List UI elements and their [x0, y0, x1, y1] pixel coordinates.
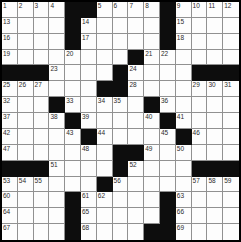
clue-number-15: 15	[177, 18, 184, 26]
clue-number-37: 37	[3, 113, 10, 121]
clue-number-7: 7	[129, 2, 133, 10]
clue-number-43: 43	[66, 129, 73, 137]
black-cell-r13c10	[160, 208, 176, 224]
cell-r3c4[interactable]: 20	[65, 50, 81, 66]
cell-r5c11[interactable]	[176, 81, 192, 97]
cell-r14c13[interactable]	[207, 224, 223, 240]
clue-number-14: 14	[82, 18, 89, 26]
black-cell-r13c4	[65, 208, 81, 224]
clue-number-16: 16	[3, 34, 10, 42]
clue-number-27: 27	[35, 81, 42, 89]
clue-number-13: 13	[3, 18, 10, 26]
cell-r11c1[interactable]: 54	[18, 177, 34, 193]
cell-r5c14[interactable]: 31	[223, 81, 239, 97]
cell-r11c9[interactable]	[144, 177, 160, 193]
cell-r7c12[interactable]	[192, 113, 208, 129]
cell-r2c8[interactable]	[128, 34, 144, 50]
cell-r4c8[interactable]: 24	[128, 65, 144, 81]
cell-r1c3[interactable]	[49, 18, 65, 34]
cell-r11c13[interactable]: 58	[207, 177, 223, 193]
cell-r4c11[interactable]	[176, 65, 192, 81]
clue-number-26: 26	[19, 81, 26, 89]
clue-number-33: 33	[66, 97, 73, 105]
clue-number-21: 21	[145, 50, 152, 58]
cell-r8c8[interactable]	[128, 129, 144, 145]
clue-number-10: 10	[193, 2, 200, 10]
cell-r12c7[interactable]	[113, 192, 129, 208]
black-cell-r2c10	[160, 34, 176, 50]
cell-r3c0[interactable]: 19	[2, 50, 18, 66]
cell-r3c11[interactable]	[176, 50, 192, 66]
cell-r8c0[interactable]: 42	[2, 129, 18, 145]
cell-r12c13[interactable]	[207, 192, 223, 208]
cell-r0c8[interactable]: 7	[128, 2, 144, 18]
clue-number-24: 24	[129, 65, 136, 73]
black-cell-r10c0	[2, 161, 18, 177]
black-cell-r10c13	[207, 161, 223, 177]
cell-r1c5[interactable]: 14	[81, 18, 97, 34]
clue-number-30: 30	[208, 81, 215, 89]
cell-r6c7[interactable]: 35	[113, 97, 129, 113]
cell-r4c10[interactable]	[160, 65, 176, 81]
cell-r0c14[interactable]: 12	[223, 2, 239, 18]
cell-r3c12[interactable]	[192, 50, 208, 66]
cell-r10c4[interactable]	[65, 161, 81, 177]
cell-r9c4[interactable]	[65, 145, 81, 161]
cell-r9c12[interactable]	[192, 145, 208, 161]
cell-r12c11[interactable]: 63	[176, 192, 192, 208]
cell-r2c0[interactable]: 16	[2, 34, 18, 50]
clue-number-29: 29	[193, 81, 200, 89]
clue-number-31: 31	[224, 81, 231, 89]
clue-number-6: 6	[114, 2, 118, 10]
cell-r1c6[interactable]	[97, 18, 113, 34]
cell-r11c5[interactable]	[81, 177, 97, 193]
cell-r1c8[interactable]	[128, 18, 144, 34]
black-cell-r4c1	[18, 65, 34, 81]
clue-number-36: 36	[161, 97, 168, 105]
cell-r13c13[interactable]	[207, 208, 223, 224]
cell-r0c6[interactable]: 5	[97, 2, 113, 18]
cell-r14c2[interactable]	[34, 224, 50, 240]
black-cell-r10c7	[113, 161, 129, 177]
clue-number-59: 59	[224, 177, 231, 185]
cell-r13c2[interactable]	[34, 208, 50, 224]
clue-number-19: 19	[3, 50, 10, 58]
cell-r10c11[interactable]	[176, 161, 192, 177]
cell-r3c7[interactable]	[113, 50, 129, 66]
clue-number-50: 50	[177, 145, 184, 153]
cell-r10c8[interactable]: 52	[128, 161, 144, 177]
black-cell-r6c9	[144, 97, 160, 113]
cell-r2c6[interactable]	[97, 34, 113, 50]
cell-r8c10[interactable]: 45	[160, 129, 176, 145]
clue-number-61: 61	[82, 192, 89, 200]
black-cell-r14c9	[144, 224, 160, 240]
clue-number-57: 57	[193, 177, 200, 185]
cell-r7c2[interactable]	[34, 113, 50, 129]
cell-r6c5[interactable]	[81, 97, 97, 113]
cell-r14c1[interactable]	[18, 224, 34, 240]
cell-r9c0[interactable]: 47	[2, 145, 18, 161]
cell-r12c5[interactable]: 61	[81, 192, 97, 208]
cell-r10c10[interactable]	[160, 161, 176, 177]
clue-number-47: 47	[3, 145, 10, 153]
cell-r11c4[interactable]	[65, 177, 81, 193]
cell-r1c0[interactable]: 13	[2, 18, 18, 34]
cell-r7c11[interactable]: 41	[176, 113, 192, 129]
black-cell-r5c6	[97, 81, 113, 97]
cell-r3c13[interactable]	[207, 50, 223, 66]
cell-r12c9[interactable]	[144, 192, 160, 208]
cell-r5c3[interactable]	[49, 81, 65, 97]
clue-number-25: 25	[3, 81, 10, 89]
cell-r6c11[interactable]	[176, 97, 192, 113]
cell-r6c4[interactable]: 33	[65, 97, 81, 113]
cell-r13c12[interactable]	[192, 208, 208, 224]
cell-r10c9[interactable]	[144, 161, 160, 177]
cell-r1c9[interactable]	[144, 18, 160, 34]
clue-number-32: 32	[3, 97, 10, 105]
clue-number-44: 44	[98, 129, 105, 137]
cell-r9c2[interactable]	[34, 145, 50, 161]
cell-r5c10[interactable]	[160, 81, 176, 97]
clue-number-18: 18	[177, 34, 184, 42]
cell-r10c5[interactable]	[81, 161, 97, 177]
cell-r5c13[interactable]: 30	[207, 81, 223, 97]
clue-number-65: 65	[82, 208, 89, 216]
cell-r9c10[interactable]	[160, 145, 176, 161]
clue-number-45: 45	[161, 129, 168, 137]
black-cell-r4c0	[2, 65, 18, 81]
cell-r6c13[interactable]	[207, 97, 223, 113]
black-cell-r4c14	[223, 65, 239, 81]
cell-r2c12[interactable]	[192, 34, 208, 50]
cell-r13c6[interactable]	[97, 208, 113, 224]
clue-number-67: 67	[3, 224, 10, 232]
clue-number-39: 39	[82, 113, 89, 121]
cell-r3c5[interactable]	[81, 50, 97, 66]
cell-r14c11[interactable]: 69	[176, 224, 192, 240]
black-cell-r1c4	[65, 18, 81, 34]
clue-number-58: 58	[208, 177, 215, 185]
black-cell-r0c10	[160, 2, 176, 18]
black-cell-r10c12	[192, 161, 208, 177]
cell-r10c6[interactable]	[97, 161, 113, 177]
cell-r11c7[interactable]: 56	[113, 177, 129, 193]
cell-r1c13[interactable]	[207, 18, 223, 34]
cell-r0c3[interactable]: 4	[49, 2, 65, 18]
cell-r2c11[interactable]: 18	[176, 34, 192, 50]
black-cell-r6c3	[49, 97, 65, 113]
cell-r13c11[interactable]: 66	[176, 208, 192, 224]
black-cell-r4c7	[113, 65, 129, 81]
clue-number-42: 42	[3, 129, 10, 137]
black-cell-r1c10	[160, 18, 176, 34]
cell-r13c7[interactable]	[113, 208, 129, 224]
clue-number-55: 55	[35, 177, 42, 185]
cell-r13c0[interactable]: 64	[2, 208, 18, 224]
cell-r5c9[interactable]	[144, 81, 160, 97]
clue-number-49: 49	[145, 145, 152, 153]
clue-number-64: 64	[3, 208, 10, 216]
cell-r0c1[interactable]: 2	[18, 2, 34, 18]
cell-r13c14[interactable]	[223, 208, 239, 224]
clue-number-20: 20	[66, 50, 73, 58]
cell-r12c2[interactable]	[34, 192, 50, 208]
cell-r9c5[interactable]: 48	[81, 145, 97, 161]
black-cell-r7c10	[160, 113, 176, 129]
cell-r8c7[interactable]	[113, 129, 129, 145]
clue-number-34: 34	[98, 97, 105, 105]
cell-r5c5[interactable]	[81, 81, 97, 97]
cell-r5c2[interactable]: 27	[34, 81, 50, 97]
cell-r7c7[interactable]	[113, 113, 129, 129]
cell-r5c1[interactable]: 26	[18, 81, 34, 97]
clue-number-66: 66	[177, 208, 184, 216]
clue-number-53: 53	[3, 177, 10, 185]
cell-r2c13[interactable]	[207, 34, 223, 50]
cell-r1c12[interactable]	[192, 18, 208, 34]
clue-number-38: 38	[50, 113, 57, 121]
cell-r8c13[interactable]	[207, 129, 223, 145]
cell-r1c7[interactable]	[113, 18, 129, 34]
cell-r6c6[interactable]: 34	[97, 97, 113, 113]
cell-r12c1[interactable]	[18, 192, 34, 208]
cell-r9c9[interactable]: 49	[144, 145, 160, 161]
clue-number-46: 46	[193, 129, 200, 137]
cell-r5c12[interactable]: 29	[192, 81, 208, 97]
cell-r9c3[interactable]	[49, 145, 65, 161]
black-cell-r10c14	[223, 161, 239, 177]
black-cell-r4c12	[192, 65, 208, 81]
cell-r6c0[interactable]: 32	[2, 97, 18, 113]
cell-r0c13[interactable]: 11	[207, 2, 223, 18]
cell-r12c8[interactable]	[128, 192, 144, 208]
black-cell-r3c8	[128, 50, 144, 66]
clue-number-69: 69	[177, 224, 184, 232]
cell-r14c12[interactable]	[192, 224, 208, 240]
cell-r12c6[interactable]: 62	[97, 192, 113, 208]
cell-r8c12[interactable]: 46	[192, 129, 208, 145]
cell-r8c14[interactable]	[223, 129, 239, 145]
cell-r13c3[interactable]	[49, 208, 65, 224]
clue-number-28: 28	[129, 81, 136, 89]
cell-r6c8[interactable]	[128, 97, 144, 113]
black-cell-r0c4	[65, 2, 81, 18]
clue-number-60: 60	[3, 192, 10, 200]
clue-number-9: 9	[177, 2, 181, 10]
cell-r6c2[interactable]	[34, 97, 50, 113]
cell-r13c9[interactable]	[144, 208, 160, 224]
cell-r7c14[interactable]	[223, 113, 239, 129]
cell-r13c1[interactable]	[18, 208, 34, 224]
cell-r9c1[interactable]	[18, 145, 34, 161]
cell-r14c7[interactable]	[113, 224, 129, 240]
cell-r12c14[interactable]	[223, 192, 239, 208]
clue-number-3: 3	[35, 2, 39, 10]
cell-r3c9[interactable]: 21	[144, 50, 160, 66]
clue-number-17: 17	[82, 34, 89, 42]
cell-r7c8[interactable]	[128, 113, 144, 129]
crossword-board: 1234567891011121314151617181920212223242…	[0, 0, 241, 242]
cell-r11c2[interactable]: 55	[34, 177, 50, 193]
cell-r1c14[interactable]	[223, 18, 239, 34]
cell-r8c4[interactable]: 43	[65, 129, 81, 145]
cell-r5c0[interactable]: 25	[2, 81, 18, 97]
cell-r11c8[interactable]	[128, 177, 144, 193]
clue-number-11: 11	[208, 2, 215, 10]
cell-r0c7[interactable]: 6	[113, 2, 129, 18]
cell-r11c14[interactable]: 59	[223, 177, 239, 193]
cell-r2c7[interactable]	[113, 34, 129, 50]
cell-r14c0[interactable]: 67	[2, 224, 18, 240]
clue-number-2: 2	[19, 2, 23, 10]
clue-number-68: 68	[82, 224, 89, 232]
cell-r14c8[interactable]	[128, 224, 144, 240]
cell-r8c9[interactable]	[144, 129, 160, 145]
black-cell-r0c5	[81, 2, 97, 18]
cell-r14c5[interactable]: 68	[81, 224, 97, 240]
cell-r7c13[interactable]	[207, 113, 223, 129]
cell-r14c3[interactable]	[49, 224, 65, 240]
cell-r14c6[interactable]	[97, 224, 113, 240]
cell-r12c0[interactable]: 60	[2, 192, 18, 208]
cell-r11c0[interactable]: 53	[2, 177, 18, 193]
cell-r10c3[interactable]: 51	[49, 161, 65, 177]
clue-number-23: 23	[50, 65, 57, 73]
clue-number-63: 63	[177, 192, 184, 200]
clue-number-56: 56	[114, 177, 121, 185]
clue-number-5: 5	[98, 2, 102, 10]
cell-r6c1[interactable]	[18, 97, 34, 113]
black-cell-r10c1	[18, 161, 34, 177]
cell-r4c4[interactable]	[65, 65, 81, 81]
cell-r5c8[interactable]: 28	[128, 81, 144, 97]
cell-r4c5[interactable]	[81, 65, 97, 81]
cell-r4c9[interactable]	[144, 65, 160, 81]
cell-r13c5[interactable]: 65	[81, 208, 97, 224]
cell-r2c3[interactable]	[49, 34, 65, 50]
cell-r2c1[interactable]	[18, 34, 34, 50]
cell-r9c6[interactable]	[97, 145, 113, 161]
cell-r7c3[interactable]: 38	[49, 113, 65, 129]
cell-r5c4[interactable]	[65, 81, 81, 97]
cell-r0c11[interactable]: 9	[176, 2, 192, 18]
cell-r11c3[interactable]	[49, 177, 65, 193]
cell-r3c10[interactable]: 22	[160, 50, 176, 66]
cell-r7c6[interactable]	[97, 113, 113, 129]
cell-r2c14[interactable]	[223, 34, 239, 50]
black-cell-r12c10	[160, 192, 176, 208]
black-cell-r10c2	[34, 161, 50, 177]
clue-number-41: 41	[177, 113, 184, 121]
cell-r9c13[interactable]	[207, 145, 223, 161]
cell-r9c11[interactable]: 50	[176, 145, 192, 161]
cell-r8c2[interactable]	[34, 129, 50, 145]
cell-r0c9[interactable]: 8	[144, 2, 160, 18]
cell-r6c14[interactable]	[223, 97, 239, 113]
black-cell-r8c11	[176, 129, 192, 145]
cell-r7c5[interactable]: 39	[81, 113, 97, 129]
black-cell-r4c13	[207, 65, 223, 81]
clue-number-4: 4	[50, 2, 54, 10]
clue-number-8: 8	[145, 2, 149, 10]
black-cell-r5c7	[113, 81, 129, 97]
cell-r1c11[interactable]: 15	[176, 18, 192, 34]
cell-r7c1[interactable]	[18, 113, 34, 129]
cell-r3c6[interactable]	[97, 50, 113, 66]
clue-number-40: 40	[145, 113, 152, 121]
cell-r8c6[interactable]: 44	[97, 129, 113, 145]
clue-number-52: 52	[129, 161, 136, 169]
cell-r2c5[interactable]: 17	[81, 34, 97, 50]
cell-r13c8[interactable]	[128, 208, 144, 224]
black-cell-r9c7	[113, 145, 129, 161]
cell-r11c10[interactable]	[160, 177, 176, 193]
cell-r6c10[interactable]: 36	[160, 97, 176, 113]
cell-r0c0[interactable]: 1	[2, 2, 18, 18]
black-cell-r8c5	[81, 129, 97, 145]
cell-r7c9[interactable]: 40	[144, 113, 160, 129]
cell-r12c3[interactable]	[49, 192, 65, 208]
clue-number-54: 54	[19, 177, 26, 185]
black-cell-r4c2	[34, 65, 50, 81]
cell-r1c2[interactable]	[34, 18, 50, 34]
cell-r4c3[interactable]: 23	[49, 65, 65, 81]
black-cell-r9c8	[128, 145, 144, 161]
cell-r0c2[interactable]: 3	[34, 2, 50, 18]
cell-r3c2[interactable]	[34, 50, 50, 66]
clue-number-12: 12	[224, 2, 231, 10]
black-cell-r2c4	[65, 34, 81, 50]
black-cell-r11c6	[97, 177, 113, 193]
clue-number-62: 62	[98, 192, 105, 200]
cell-r8c1[interactable]	[18, 129, 34, 145]
cell-r11c12[interactable]: 57	[192, 177, 208, 193]
cell-r7c0[interactable]: 37	[2, 113, 18, 129]
clue-number-51: 51	[50, 161, 57, 169]
cell-r0c12[interactable]: 10	[192, 2, 208, 18]
clue-number-22: 22	[161, 50, 168, 58]
cell-r14c14[interactable]	[223, 224, 239, 240]
black-cell-r12c4	[65, 192, 81, 208]
cell-r3c1[interactable]	[18, 50, 34, 66]
cell-r6c12[interactable]	[192, 97, 208, 113]
cell-r3c3[interactable]	[49, 50, 65, 66]
cell-r12c12[interactable]	[192, 192, 208, 208]
cell-r3c14[interactable]	[223, 50, 239, 66]
black-cell-r14c4	[65, 224, 81, 240]
cell-r9c14[interactable]	[223, 145, 239, 161]
cell-r8c3[interactable]	[49, 129, 65, 145]
cell-r2c9[interactable]	[144, 34, 160, 50]
cell-r11c11[interactable]	[176, 177, 192, 193]
clue-number-1: 1	[3, 2, 7, 10]
black-cell-r14c10	[160, 224, 176, 240]
cell-r4c6[interactable]	[97, 65, 113, 81]
cell-r1c1[interactable]	[18, 18, 34, 34]
clue-number-48: 48	[82, 145, 89, 153]
black-cell-r7c4	[65, 113, 81, 129]
cell-r2c2[interactable]	[34, 34, 50, 50]
clue-number-35: 35	[114, 97, 121, 105]
